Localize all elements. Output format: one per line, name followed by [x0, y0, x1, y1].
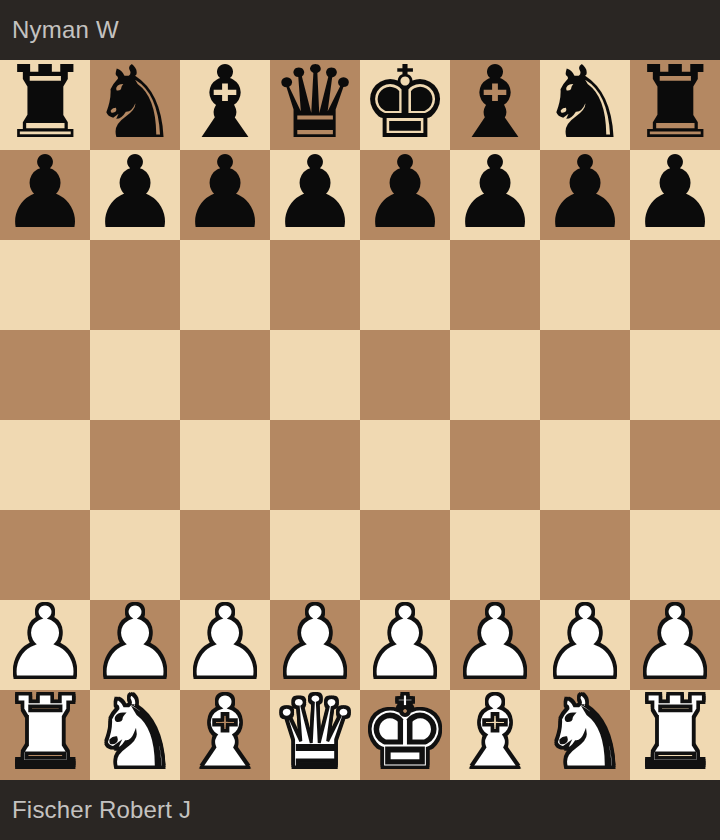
- square-d1[interactable]: ♛: [270, 690, 360, 780]
- chess-board: ♜♞♝♛♚♝♞♜♟♟♟♟♟♟♟♟♟♟♟♟♟♟♟♟♜♞♝♛♚♝♞♜: [0, 60, 720, 780]
- square-b5[interactable]: [90, 330, 180, 420]
- piece-black-pawn[interactable]: ♟: [540, 148, 630, 238]
- square-d4[interactable]: [270, 420, 360, 510]
- square-d5[interactable]: [270, 330, 360, 420]
- square-h6[interactable]: [630, 240, 720, 330]
- square-f5[interactable]: [450, 330, 540, 420]
- square-g1[interactable]: ♞: [540, 690, 630, 780]
- square-f4[interactable]: [450, 420, 540, 510]
- square-c1[interactable]: ♝: [180, 690, 270, 780]
- square-b6[interactable]: [90, 240, 180, 330]
- piece-white-bishop[interactable]: ♝: [180, 688, 270, 778]
- piece-white-knight[interactable]: ♞: [540, 688, 630, 778]
- square-g4[interactable]: [540, 420, 630, 510]
- square-e5[interactable]: [360, 330, 450, 420]
- square-h1[interactable]: ♜: [630, 690, 720, 780]
- square-a1[interactable]: ♜: [0, 690, 90, 780]
- piece-white-rook[interactable]: ♜: [0, 688, 90, 778]
- piece-white-queen[interactable]: ♛: [270, 688, 360, 778]
- bottom-player-name: Fischer Robert J: [12, 796, 191, 824]
- square-h7[interactable]: ♟: [630, 150, 720, 240]
- square-e1[interactable]: ♚: [360, 690, 450, 780]
- square-c6[interactable]: [180, 240, 270, 330]
- square-h4[interactable]: [630, 420, 720, 510]
- square-b4[interactable]: [90, 420, 180, 510]
- piece-black-pawn[interactable]: ♟: [180, 148, 270, 238]
- piece-black-pawn[interactable]: ♟: [630, 148, 720, 238]
- top-player-name: Nyman W: [12, 16, 119, 44]
- square-a7[interactable]: ♟: [0, 150, 90, 240]
- piece-white-king[interactable]: ♚: [360, 688, 450, 778]
- piece-black-pawn[interactable]: ♟: [450, 148, 540, 238]
- square-a4[interactable]: [0, 420, 90, 510]
- square-c5[interactable]: [180, 330, 270, 420]
- square-g7[interactable]: ♟: [540, 150, 630, 240]
- square-a5[interactable]: [0, 330, 90, 420]
- piece-white-knight[interactable]: ♞: [90, 688, 180, 778]
- square-c7[interactable]: ♟: [180, 150, 270, 240]
- square-g5[interactable]: [540, 330, 630, 420]
- square-c4[interactable]: [180, 420, 270, 510]
- square-e6[interactable]: [360, 240, 450, 330]
- square-a6[interactable]: [0, 240, 90, 330]
- square-f6[interactable]: [450, 240, 540, 330]
- piece-white-rook[interactable]: ♜: [630, 688, 720, 778]
- square-d7[interactable]: ♟: [270, 150, 360, 240]
- square-b1[interactable]: ♞: [90, 690, 180, 780]
- piece-black-pawn[interactable]: ♟: [0, 148, 90, 238]
- square-g6[interactable]: [540, 240, 630, 330]
- square-e7[interactable]: ♟: [360, 150, 450, 240]
- square-h5[interactable]: [630, 330, 720, 420]
- square-f1[interactable]: ♝: [450, 690, 540, 780]
- chess-app: Nyman W ♜♞♝♛♚♝♞♜♟♟♟♟♟♟♟♟♟♟♟♟♟♟♟♟♜♞♝♛♚♝♞♜…: [0, 0, 720, 840]
- piece-black-pawn[interactable]: ♟: [270, 148, 360, 238]
- square-d6[interactable]: [270, 240, 360, 330]
- piece-black-pawn[interactable]: ♟: [90, 148, 180, 238]
- square-f7[interactable]: ♟: [450, 150, 540, 240]
- square-b7[interactable]: ♟: [90, 150, 180, 240]
- piece-black-pawn[interactable]: ♟: [360, 148, 450, 238]
- piece-white-bishop[interactable]: ♝: [450, 688, 540, 778]
- square-e4[interactable]: [360, 420, 450, 510]
